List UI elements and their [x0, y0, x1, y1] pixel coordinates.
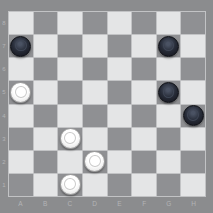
rank-label-4: 4 — [0, 104, 8, 127]
rank-label-7: 7 — [0, 34, 8, 57]
square-d4[interactable] — [83, 105, 107, 127]
square-e3[interactable] — [108, 128, 132, 150]
square-f2[interactable] — [132, 151, 156, 173]
square-f8[interactable] — [132, 12, 156, 34]
square-c4[interactable] — [58, 105, 82, 127]
rank-label-2: 2 — [0, 151, 8, 174]
square-c2[interactable] — [58, 151, 82, 173]
square-e2[interactable] — [108, 151, 132, 173]
square-a4[interactable] — [9, 105, 33, 127]
file-labels: ABCDEFGH — [8, 197, 206, 211]
square-b3[interactable] — [34, 128, 58, 150]
square-c8[interactable] — [58, 12, 82, 34]
square-h4[interactable] — [181, 105, 205, 127]
square-f5[interactable] — [132, 81, 156, 103]
square-a7[interactable] — [9, 35, 33, 57]
square-c7[interactable] — [58, 35, 82, 57]
square-b2[interactable] — [34, 151, 58, 173]
checker-black-man-a7[interactable] — [10, 36, 31, 57]
square-h8[interactable] — [181, 12, 205, 34]
checker-white-man-c3[interactable] — [60, 128, 81, 149]
square-c6[interactable] — [58, 58, 82, 80]
square-d3[interactable] — [83, 128, 107, 150]
square-e5[interactable] — [108, 81, 132, 103]
checkers-board-app: 87654321 ABCDEFGH — [0, 0, 213, 213]
square-b6[interactable] — [34, 58, 58, 80]
square-e7[interactable] — [108, 35, 132, 57]
square-b1[interactable] — [34, 174, 58, 196]
square-f1[interactable] — [132, 174, 156, 196]
square-c3[interactable] — [58, 128, 82, 150]
square-g8[interactable] — [157, 12, 181, 34]
square-e4[interactable] — [108, 105, 132, 127]
square-b4[interactable] — [34, 105, 58, 127]
square-a2[interactable] — [9, 151, 33, 173]
file-label-d: D — [82, 197, 107, 211]
square-h5[interactable] — [181, 81, 205, 103]
square-e6[interactable] — [108, 58, 132, 80]
square-e1[interactable] — [108, 174, 132, 196]
square-h2[interactable] — [181, 151, 205, 173]
square-g1[interactable] — [157, 174, 181, 196]
square-d8[interactable] — [83, 12, 107, 34]
square-f3[interactable] — [132, 128, 156, 150]
rank-label-1: 1 — [0, 174, 8, 197]
square-f7[interactable] — [132, 35, 156, 57]
square-a1[interactable] — [9, 174, 33, 196]
square-d7[interactable] — [83, 35, 107, 57]
square-f6[interactable] — [132, 58, 156, 80]
square-g4[interactable] — [157, 105, 181, 127]
file-label-a: A — [8, 197, 33, 211]
square-d2[interactable] — [83, 151, 107, 173]
square-c5[interactable] — [58, 81, 82, 103]
square-g7[interactable] — [157, 35, 181, 57]
checker-white-man-a5[interactable] — [10, 82, 31, 103]
rank-label-5: 5 — [0, 81, 8, 104]
checker-black-man-h4[interactable] — [183, 105, 204, 126]
square-e8[interactable] — [108, 12, 132, 34]
square-h3[interactable] — [181, 128, 205, 150]
square-a6[interactable] — [9, 58, 33, 80]
rank-label-8: 8 — [0, 11, 8, 34]
square-d6[interactable] — [83, 58, 107, 80]
square-h6[interactable] — [181, 58, 205, 80]
rank-label-6: 6 — [0, 58, 8, 81]
square-a3[interactable] — [9, 128, 33, 150]
file-label-c: C — [58, 197, 83, 211]
square-g3[interactable] — [157, 128, 181, 150]
rank-label-3: 3 — [0, 127, 8, 150]
square-g5[interactable] — [157, 81, 181, 103]
square-b8[interactable] — [34, 12, 58, 34]
checker-white-man-c1[interactable] — [60, 174, 81, 195]
checker-black-man-g5[interactable] — [158, 82, 179, 103]
square-h7[interactable] — [181, 35, 205, 57]
square-h1[interactable] — [181, 174, 205, 196]
file-label-h: H — [181, 197, 206, 211]
file-label-b: B — [33, 197, 58, 211]
square-f4[interactable] — [132, 105, 156, 127]
file-label-f: F — [132, 197, 157, 211]
square-b5[interactable] — [34, 81, 58, 103]
file-label-e: E — [107, 197, 132, 211]
square-g2[interactable] — [157, 151, 181, 173]
rank-labels: 87654321 — [0, 11, 8, 197]
checkers-board — [8, 11, 206, 197]
square-d5[interactable] — [83, 81, 107, 103]
square-d1[interactable] — [83, 174, 107, 196]
square-c1[interactable] — [58, 174, 82, 196]
checker-white-man-d2[interactable] — [84, 151, 105, 172]
square-b7[interactable] — [34, 35, 58, 57]
square-a5[interactable] — [9, 81, 33, 103]
square-a8[interactable] — [9, 12, 33, 34]
file-label-g: G — [157, 197, 182, 211]
checker-black-man-g7[interactable] — [158, 36, 179, 57]
square-g6[interactable] — [157, 58, 181, 80]
